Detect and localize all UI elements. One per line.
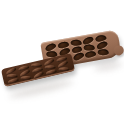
mold-cavity [84, 44, 95, 50]
mold-bump [21, 76, 32, 80]
mold-bump [31, 63, 42, 67]
mold-cavity [85, 51, 96, 58]
mold-bump [44, 65, 55, 69]
mold-bump [58, 67, 69, 71]
mold-bump [8, 78, 20, 84]
mold-cavity [97, 49, 108, 55]
mold-bump [45, 69, 57, 75]
mold-bump [7, 74, 18, 78]
tray-grip-tab [113, 45, 124, 57]
mold-cavity [72, 52, 84, 61]
back-tray-shadow [94, 60, 123, 73]
product-photo-chocolate-molds [0, 0, 124, 124]
mold-cavity [70, 40, 81, 46]
bump-grid-front [5, 56, 70, 84]
